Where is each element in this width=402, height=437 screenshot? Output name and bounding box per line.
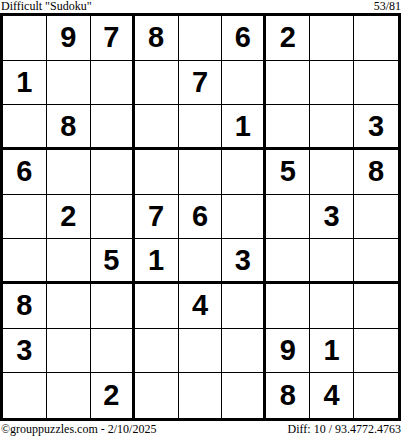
cell-r7c5[interactable]: 4	[179, 284, 223, 329]
cell-r5c1[interactable]	[3, 195, 47, 240]
cell-r9c2[interactable]	[47, 373, 91, 418]
cell-r6c9[interactable]	[354, 239, 398, 284]
cell-r3c7[interactable]	[266, 105, 310, 150]
cell-r3c4[interactable]	[135, 105, 179, 150]
cell-r2c5[interactable]: 7	[179, 61, 223, 106]
copyright-date-text: ©grouppuzzles.com - 2/10/2025	[1, 423, 156, 436]
cell-r8c8[interactable]: 1	[310, 329, 354, 374]
cell-r4c2[interactable]	[47, 150, 91, 195]
cell-r9c6[interactable]	[222, 373, 266, 418]
cell-r6c1[interactable]	[3, 239, 47, 284]
cell-r4c9[interactable]: 8	[354, 150, 398, 195]
cell-r8c6[interactable]	[222, 329, 266, 374]
cell-r2c4[interactable]	[135, 61, 179, 106]
cell-r1c3[interactable]: 7	[91, 16, 135, 61]
cell-r4c7[interactable]: 5	[266, 150, 310, 195]
cell-r4c8[interactable]	[310, 150, 354, 195]
cell-r7c2[interactable]	[47, 284, 91, 329]
cell-r2c7[interactable]	[266, 61, 310, 106]
cell-r3c6[interactable]: 1	[222, 105, 266, 150]
cell-r8c5[interactable]	[179, 329, 223, 374]
cell-r1c2[interactable]: 9	[47, 16, 91, 61]
cell-r1c1[interactable]	[3, 16, 47, 61]
cell-r9c1[interactable]	[3, 373, 47, 418]
cell-r9c8[interactable]: 4	[310, 373, 354, 418]
cell-r2c9[interactable]	[354, 61, 398, 106]
cell-r1c6[interactable]: 6	[222, 16, 266, 61]
cell-r6c7[interactable]	[266, 239, 310, 284]
cell-r2c3[interactable]	[91, 61, 135, 106]
cell-r4c5[interactable]	[179, 150, 223, 195]
cell-r1c7[interactable]: 2	[266, 16, 310, 61]
cell-r4c1[interactable]: 6	[3, 150, 47, 195]
cell-r7c7[interactable]	[266, 284, 310, 329]
cell-r5c2[interactable]: 2	[47, 195, 91, 240]
cell-r3c3[interactable]	[91, 105, 135, 150]
cell-r6c8[interactable]	[310, 239, 354, 284]
cell-r4c4[interactable]	[135, 150, 179, 195]
cell-r1c8[interactable]	[310, 16, 354, 61]
cell-r7c6[interactable]	[222, 284, 266, 329]
cell-r8c9[interactable]	[354, 329, 398, 374]
cell-r6c2[interactable]	[47, 239, 91, 284]
cell-r2c2[interactable]	[47, 61, 91, 106]
cell-r5c7[interactable]	[266, 195, 310, 240]
cell-r6c3[interactable]: 5	[91, 239, 135, 284]
cell-r3c5[interactable]	[179, 105, 223, 150]
cell-r2c1[interactable]: 1	[3, 61, 47, 106]
cell-r1c4[interactable]: 8	[135, 16, 179, 61]
sudoku-page: Difficult "Sudoku" 53/81 978621781365827…	[0, 0, 402, 437]
footer: ©grouppuzzles.com - 2/10/2025 Diff: 10 /…	[0, 423, 402, 437]
cell-r3c2[interactable]: 8	[47, 105, 91, 150]
cell-r7c4[interactable]	[135, 284, 179, 329]
cell-r3c1[interactable]	[3, 105, 47, 150]
cell-r8c2[interactable]	[47, 329, 91, 374]
cell-r2c6[interactable]	[222, 61, 266, 106]
puzzle-title: Difficult "Sudoku"	[1, 0, 92, 12]
cell-r5c3[interactable]	[91, 195, 135, 240]
cell-r5c4[interactable]: 7	[135, 195, 179, 240]
sudoku-board: 9786217813658276351384391284	[0, 13, 401, 421]
cell-r3c8[interactable]	[310, 105, 354, 150]
cells-remaining-counter: 53/81	[374, 0, 401, 12]
cell-r7c9[interactable]	[354, 284, 398, 329]
cell-r7c1[interactable]: 8	[3, 284, 47, 329]
cell-r9c7[interactable]: 8	[266, 373, 310, 418]
cell-r6c4[interactable]: 1	[135, 239, 179, 284]
cell-r5c6[interactable]	[222, 195, 266, 240]
cell-r3c9[interactable]: 3	[354, 105, 398, 150]
cell-r2c8[interactable]	[310, 61, 354, 106]
cell-r6c5[interactable]	[179, 239, 223, 284]
cell-r8c1[interactable]: 3	[3, 329, 47, 374]
difficulty-text: Diff: 10 / 93.4772.4763	[288, 423, 401, 436]
cell-r7c8[interactable]	[310, 284, 354, 329]
cell-r9c9[interactable]	[354, 373, 398, 418]
cell-r5c9[interactable]	[354, 195, 398, 240]
cell-r9c5[interactable]	[179, 373, 223, 418]
cell-r9c3[interactable]: 2	[91, 373, 135, 418]
cell-r8c7[interactable]: 9	[266, 329, 310, 374]
cell-r8c4[interactable]	[135, 329, 179, 374]
header: Difficult "Sudoku" 53/81	[0, 0, 402, 13]
cell-r1c9[interactable]	[354, 16, 398, 61]
cell-r8c3[interactable]	[91, 329, 135, 374]
cell-r4c3[interactable]	[91, 150, 135, 195]
cell-r1c5[interactable]	[179, 16, 223, 61]
cell-r4c6[interactable]	[222, 150, 266, 195]
cell-r5c8[interactable]: 3	[310, 195, 354, 240]
cell-r6c6[interactable]: 3	[222, 239, 266, 284]
cell-r7c3[interactable]	[91, 284, 135, 329]
cell-r5c5[interactable]: 6	[179, 195, 223, 240]
cell-r9c4[interactable]	[135, 373, 179, 418]
